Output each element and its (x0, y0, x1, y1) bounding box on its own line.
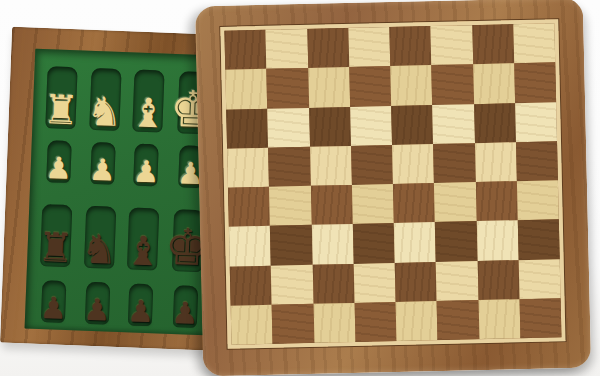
drawer-piece-black-pawn[interactable]: ♟ (39, 293, 67, 324)
board-square (432, 104, 474, 144)
tray-slot: ♟ (74, 268, 120, 326)
drawer-felt-lining: ♜♞♝♚♟♟♟♟♜♞♝♚♟♟♟♟ (25, 49, 224, 336)
board-square (392, 144, 434, 184)
board-square (516, 141, 558, 181)
drawer-piece-white-rook[interactable]: ♜ (42, 89, 79, 130)
board-square (393, 183, 435, 223)
board-square (268, 147, 310, 187)
board-square (433, 143, 475, 183)
board-square (431, 25, 473, 65)
drawer-piece-white-knight[interactable]: ♞ (86, 91, 123, 132)
board-square (475, 142, 517, 182)
tray-slot: ♝ (120, 186, 167, 272)
tray-slot: ♝ (126, 56, 173, 134)
board-square (472, 24, 514, 64)
board-square (227, 148, 269, 188)
board-square (513, 23, 555, 63)
chess-set-photo: ♜♞♝♚♟♟♟♟♜♞♝♚♟♟♟♟ (0, 0, 600, 376)
board-square (352, 184, 394, 224)
board-square (351, 145, 393, 185)
drawer-piece-black-rook[interactable]: ♜ (37, 227, 74, 268)
board-square (473, 63, 515, 103)
board-square (478, 299, 520, 339)
drawer-piece-black-pawn[interactable]: ♟ (127, 296, 155, 327)
board-square (515, 102, 557, 142)
board-square (354, 302, 396, 342)
board-square (228, 187, 270, 227)
board-square (348, 27, 390, 67)
board-square (229, 226, 271, 266)
board-square (269, 186, 311, 226)
tray-slot: ♟ (36, 129, 82, 185)
board-square (394, 222, 436, 262)
board-square (391, 105, 433, 145)
board-square (313, 303, 355, 343)
board-square (349, 66, 391, 106)
tray-slot: ♟ (31, 267, 77, 325)
board-square (514, 63, 556, 103)
board-square (350, 106, 392, 146)
board-square (431, 64, 473, 104)
drawer-piece-black-knight[interactable]: ♞ (81, 229, 118, 270)
board-square (311, 224, 353, 264)
tray-slot: ♜ (33, 183, 80, 269)
board-square (435, 221, 477, 261)
board-square (230, 265, 272, 305)
board-square (353, 223, 395, 263)
board-square (518, 219, 560, 259)
tray-slot: ♟ (118, 270, 164, 328)
board-square (476, 220, 518, 260)
board-square (395, 262, 437, 302)
drawer-piece-white-pawn[interactable]: ♟ (132, 156, 160, 187)
board-square (518, 259, 560, 299)
board-square (267, 68, 309, 108)
tray-slot: ♞ (82, 55, 129, 133)
chess-board-box (195, 0, 591, 376)
board-square (396, 301, 438, 341)
board-square (517, 180, 559, 220)
board-field (220, 19, 565, 349)
board-square (437, 300, 479, 340)
board-square (353, 262, 395, 302)
board-square (270, 225, 312, 265)
board-square (309, 106, 351, 146)
drawer-piece-black-pawn[interactable]: ♟ (83, 295, 111, 326)
board-square (312, 263, 354, 303)
board-square (266, 29, 308, 69)
tray-slot: ♟ (80, 130, 126, 186)
board-square (307, 28, 349, 68)
board-square (272, 304, 314, 344)
drawer-piece-white-bishop[interactable]: ♝ (130, 92, 167, 133)
tray-slot: ♟ (124, 132, 170, 188)
board-square (308, 67, 350, 107)
drawer-piece-white-pawn[interactable]: ♟ (88, 155, 116, 186)
board-square (436, 261, 478, 301)
board-square (225, 69, 267, 109)
board-square (226, 108, 268, 148)
drawer-piece-white-pawn[interactable]: ♟ (45, 153, 73, 184)
board-square (475, 181, 517, 221)
board-square (224, 30, 266, 70)
tray-slot: ♜ (38, 53, 85, 131)
board-square (474, 103, 516, 143)
board-square (390, 65, 432, 105)
board-square (310, 146, 352, 186)
board-square (271, 264, 313, 304)
board-square (519, 298, 561, 338)
board-square (310, 185, 352, 225)
tray-slot: ♞ (77, 184, 124, 270)
drawer-piece-black-pawn[interactable]: ♟ (171, 298, 199, 329)
board-square (267, 107, 309, 147)
board-square (434, 182, 476, 222)
piece-tray: ♜♞♝♚♟♟♟♟♜♞♝♚♟♟♟♟ (25, 49, 224, 336)
board-square (389, 26, 431, 66)
board-square (231, 305, 273, 345)
drawer-piece-black-bishop[interactable]: ♝ (124, 230, 161, 271)
board-square (477, 260, 519, 300)
